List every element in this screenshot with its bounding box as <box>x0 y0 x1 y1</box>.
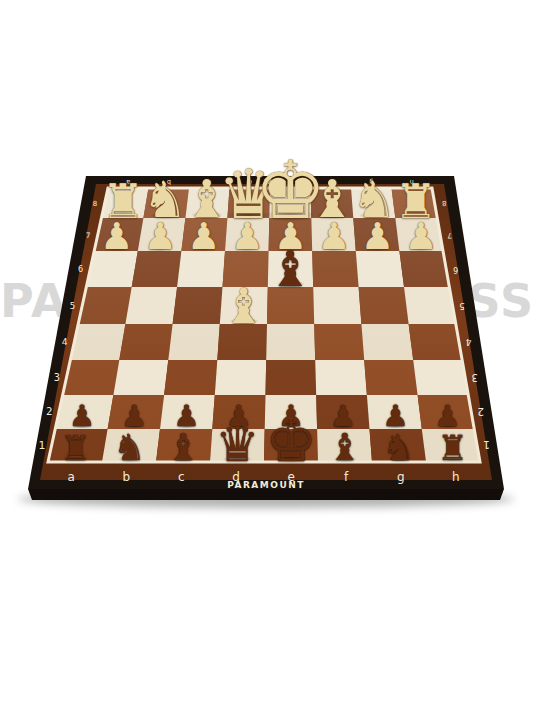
file-label-far-b: b <box>167 178 171 186</box>
rank-label-right-3: 3 <box>472 372 478 383</box>
board-brand-label: PARAMOUNT <box>227 480 305 490</box>
rank-label-right-4: 4 <box>465 337 471 348</box>
rank-label-right-1: 1 <box>483 438 490 451</box>
file-label-far-g: g <box>369 178 373 186</box>
file-label-far-h: h <box>410 178 414 186</box>
file-label-far-d: d <box>248 178 252 186</box>
board-sheen <box>48 188 480 462</box>
rank-label-left-5: 5 <box>70 301 76 311</box>
rank-label-right-8: 8 <box>442 199 446 207</box>
rank-label-left-4: 4 <box>62 336 68 347</box>
file-label-a: a <box>68 470 75 484</box>
product-photo: PARAMOUNT CHESS abcdefghabcdefgh88776655… <box>0 0 533 711</box>
file-label-g: g <box>397 470 405 484</box>
rank-label-left-6: 6 <box>78 264 83 274</box>
file-label-far-c: c <box>207 178 211 186</box>
file-label-h: h <box>452 470 460 484</box>
chess-board: abcdefghabcdefgh8877665544332211PARAMOUN… <box>0 0 533 711</box>
file-label-far-a: a <box>126 178 130 186</box>
rank-label-right-6: 6 <box>453 265 458 275</box>
rank-label-right-7: 7 <box>447 231 452 240</box>
board-bottom-edge <box>28 489 504 500</box>
rank-label-right-2: 2 <box>478 406 485 418</box>
rank-label-left-7: 7 <box>86 231 91 240</box>
file-label-b: b <box>122 470 130 484</box>
rank-label-right-5: 5 <box>459 301 465 311</box>
rank-label-left-2: 2 <box>46 405 53 417</box>
rank-label-left-1: 1 <box>39 439 46 452</box>
rank-label-left-3: 3 <box>54 372 60 383</box>
file-label-far-e: e <box>288 178 292 186</box>
file-label-c: c <box>178 470 185 484</box>
rank-label-left-8: 8 <box>93 200 97 208</box>
